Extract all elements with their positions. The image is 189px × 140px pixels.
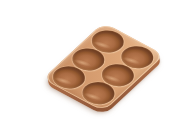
muffin-pan: [43, 23, 165, 112]
product-photo: [0, 0, 189, 140]
